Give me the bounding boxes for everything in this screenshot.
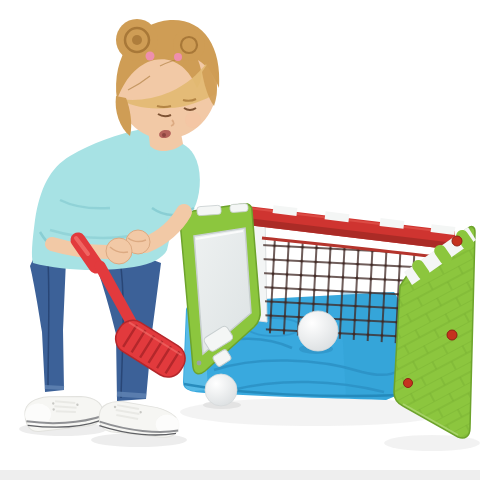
red-knob-1	[452, 236, 462, 246]
red-knob-2	[447, 330, 457, 340]
left-hair-tie	[146, 52, 155, 61]
mouth-inner	[162, 133, 166, 137]
right-hair-tie	[174, 53, 182, 61]
back-leg-cuff	[45, 387, 64, 388]
cheek-blush	[185, 112, 201, 128]
panel-top-tab-2	[230, 203, 249, 212]
ball-outside-goal	[205, 374, 237, 406]
lower-hand	[106, 238, 132, 264]
scene-canvas	[0, 0, 480, 480]
left-pigtail-center	[132, 35, 142, 45]
panel-peg-hole	[197, 361, 202, 366]
back-leg-seam	[48, 262, 49, 388]
panel-top-tab-1	[197, 205, 222, 216]
ball-inside-goal	[298, 311, 338, 351]
product-photo	[0, 0, 480, 480]
floor-edge-band	[0, 470, 480, 480]
front-leg-cuff	[117, 394, 146, 396]
red-knob-3	[404, 379, 413, 388]
